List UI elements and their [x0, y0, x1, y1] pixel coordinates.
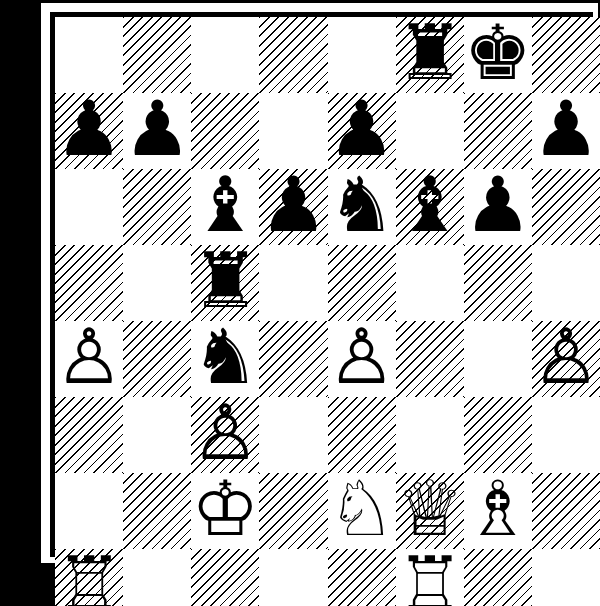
square-f1[interactable]: ♖: [396, 549, 464, 606]
white-pawn-piece: ♙: [55, 319, 123, 395]
square-b8[interactable]: [123, 17, 191, 93]
board-frame: ♜♚♟♟♟♟♝♟♞♝♟♜♙♞♙♙♙♔♘♕♗♖♖: [50, 12, 593, 557]
diagram-background: ♜♚♟♟♟♟♝♟♞♝♟♜♙♞♙♙♙♔♘♕♗♖♖: [0, 0, 600, 606]
square-h2[interactable]: [532, 473, 600, 549]
square-g3[interactable]: [464, 397, 532, 473]
chess-board: ♜♚♟♟♟♟♝♟♞♝♟♜♙♞♙♙♙♔♘♕♗♖♖: [55, 17, 588, 552]
square-f8[interactable]: ♜: [396, 17, 464, 93]
square-c2[interactable]: ♔: [191, 473, 259, 549]
black-bishop-piece: ♝: [396, 167, 464, 243]
square-d5[interactable]: [259, 245, 327, 321]
square-g5[interactable]: [464, 245, 532, 321]
square-h7[interactable]: ♟: [532, 93, 600, 169]
white-pawn-piece: ♙: [328, 319, 396, 395]
square-c6[interactable]: ♝: [191, 169, 259, 245]
square-c8[interactable]: [191, 17, 259, 93]
square-b1[interactable]: [123, 549, 191, 606]
black-pawn-piece: ♟: [259, 167, 327, 243]
square-f5[interactable]: [396, 245, 464, 321]
square-g2[interactable]: ♗: [464, 473, 532, 549]
square-d4[interactable]: [259, 321, 327, 397]
square-e3[interactable]: [328, 397, 396, 473]
white-rook-piece: ♖: [396, 547, 464, 606]
square-d6[interactable]: ♟: [259, 169, 327, 245]
square-a1[interactable]: ♖: [55, 549, 123, 606]
square-e6[interactable]: ♞: [328, 169, 396, 245]
square-g4[interactable]: [464, 321, 532, 397]
square-b7[interactable]: ♟: [123, 93, 191, 169]
square-b6[interactable]: [123, 169, 191, 245]
black-pawn-piece: ♟: [55, 91, 123, 167]
square-g7[interactable]: [464, 93, 532, 169]
black-rook-piece: ♜: [191, 243, 259, 319]
square-a6[interactable]: [55, 169, 123, 245]
square-c7[interactable]: [191, 93, 259, 169]
white-bishop-piece: ♗: [464, 471, 532, 547]
square-d3[interactable]: [259, 397, 327, 473]
white-king-piece: ♔: [191, 471, 259, 547]
square-f4[interactable]: [396, 321, 464, 397]
square-a2[interactable]: [55, 473, 123, 549]
white-queen-piece: ♕: [396, 471, 464, 547]
black-pawn-piece: ♟: [328, 91, 396, 167]
square-e2[interactable]: ♘: [328, 473, 396, 549]
black-knight-piece: ♞: [328, 167, 396, 243]
square-f6[interactable]: ♝: [396, 169, 464, 245]
white-knight-piece: ♘: [328, 471, 396, 547]
square-f7[interactable]: [396, 93, 464, 169]
square-c1[interactable]: [191, 549, 259, 606]
square-h1[interactable]: [532, 549, 600, 606]
black-knight-piece: ♞: [191, 319, 259, 395]
square-g8[interactable]: ♚: [464, 17, 532, 93]
square-h6[interactable]: [532, 169, 600, 245]
square-b5[interactable]: [123, 245, 191, 321]
black-king-piece: ♚: [464, 15, 532, 91]
square-g6[interactable]: ♟: [464, 169, 532, 245]
black-rook-piece: ♜: [396, 15, 464, 91]
board-margin-panel: ♜♚♟♟♟♟♝♟♞♝♟♜♙♞♙♙♙♔♘♕♗♖♖: [41, 3, 598, 563]
square-a7[interactable]: ♟: [55, 93, 123, 169]
square-c4[interactable]: ♞: [191, 321, 259, 397]
black-pawn-piece: ♟: [532, 91, 600, 167]
square-b4[interactable]: [123, 321, 191, 397]
white-pawn-piece: ♙: [532, 319, 600, 395]
square-e7[interactable]: ♟: [328, 93, 396, 169]
square-e4[interactable]: ♙: [328, 321, 396, 397]
square-h5[interactable]: [532, 245, 600, 321]
square-e1[interactable]: [328, 549, 396, 606]
square-e5[interactable]: [328, 245, 396, 321]
black-pawn-piece: ♟: [123, 91, 191, 167]
square-h3[interactable]: [532, 397, 600, 473]
white-rook-piece: ♖: [55, 547, 123, 606]
white-pawn-piece: ♙: [191, 395, 259, 471]
square-a4[interactable]: ♙: [55, 321, 123, 397]
square-b3[interactable]: [123, 397, 191, 473]
square-e8[interactable]: [328, 17, 396, 93]
square-c3[interactable]: ♙: [191, 397, 259, 473]
square-d7[interactable]: [259, 93, 327, 169]
square-g1[interactable]: [464, 549, 532, 606]
square-b2[interactable]: [123, 473, 191, 549]
square-a5[interactable]: [55, 245, 123, 321]
square-h4[interactable]: ♙: [532, 321, 600, 397]
square-d8[interactable]: [259, 17, 327, 93]
square-f3[interactable]: [396, 397, 464, 473]
square-d1[interactable]: [259, 549, 327, 606]
black-bishop-piece: ♝: [191, 167, 259, 243]
square-f2[interactable]: ♕: [396, 473, 464, 549]
square-d2[interactable]: [259, 473, 327, 549]
square-a8[interactable]: [55, 17, 123, 93]
black-pawn-piece: ♟: [464, 167, 532, 243]
square-a3[interactable]: [55, 397, 123, 473]
square-c5[interactable]: ♜: [191, 245, 259, 321]
square-h8[interactable]: [532, 17, 600, 93]
